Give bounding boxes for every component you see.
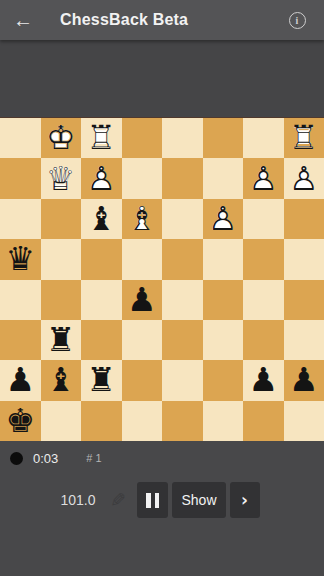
pencil-icon[interactable]: ✎	[110, 489, 126, 512]
show-button-label: Show	[181, 492, 216, 508]
square-e1[interactable]	[162, 401, 203, 441]
white-queen-piece: ♛♕	[41, 158, 82, 198]
square-e5[interactable]	[162, 239, 203, 279]
back-button[interactable]: ←	[0, 0, 46, 40]
next-button[interactable]: ›	[230, 482, 260, 518]
square-e8[interactable]	[162, 118, 203, 158]
square-e3[interactable]	[162, 320, 203, 360]
square-f5[interactable]	[203, 239, 244, 279]
square-e6[interactable]	[162, 199, 203, 239]
square-g3[interactable]	[243, 320, 284, 360]
white-pawn-piece: ♟♙	[81, 158, 122, 198]
square-a8[interactable]	[0, 118, 41, 158]
square-d5[interactable]	[122, 239, 163, 279]
square-c1[interactable]	[81, 401, 122, 441]
square-h7[interactable]: ♟♙	[284, 158, 324, 198]
square-f4[interactable]	[203, 280, 244, 320]
move-indicator-dot	[10, 452, 23, 465]
move-number: # 1	[86, 452, 101, 464]
black-pawn-piece: ♟	[122, 280, 163, 320]
pause-icon	[146, 493, 159, 508]
square-g1[interactable]	[243, 401, 284, 441]
square-b5[interactable]	[41, 239, 82, 279]
black-pawn-piece: ♟	[243, 360, 284, 400]
status-row: 0:03 # 1	[0, 441, 324, 468]
square-c6[interactable]: ♝	[81, 199, 122, 239]
square-a7[interactable]	[0, 158, 41, 198]
square-g7[interactable]: ♟♙	[243, 158, 284, 198]
black-pawn-piece: ♟	[0, 360, 41, 400]
square-a6[interactable]	[0, 199, 41, 239]
square-h3[interactable]	[284, 320, 324, 360]
square-h4[interactable]	[284, 280, 324, 320]
square-e7[interactable]	[162, 158, 203, 198]
square-c2[interactable]: ♜	[81, 360, 122, 400]
square-f2[interactable]	[203, 360, 244, 400]
square-f8[interactable]	[203, 118, 244, 158]
square-d3[interactable]	[122, 320, 163, 360]
white-king-piece: ♚♔	[41, 118, 82, 158]
square-g8[interactable]	[243, 118, 284, 158]
square-f3[interactable]	[203, 320, 244, 360]
square-b2[interactable]: ♝	[41, 360, 82, 400]
chess-board[interactable]: ♚♔♜♖♜♖♛♕♟♙♟♙♟♙♝♝♗♟♙♛♟♜♟♝♜♟♟♚	[0, 117, 324, 441]
page-title: ChessBack Beta	[60, 11, 188, 29]
black-bishop-piece: ♝	[41, 360, 82, 400]
square-h5[interactable]	[284, 239, 324, 279]
square-c7[interactable]: ♟♙	[81, 158, 122, 198]
square-d1[interactable]	[122, 401, 163, 441]
app-bar: ← ChessBack Beta i	[0, 0, 324, 40]
board-top-spacer	[0, 40, 324, 117]
white-pawn-piece: ♟♙	[203, 199, 244, 239]
black-rook-piece: ♜	[41, 320, 82, 360]
arrow-left-icon: ←	[13, 10, 33, 30]
square-h1[interactable]	[284, 401, 324, 441]
square-d6[interactable]: ♝♗	[122, 199, 163, 239]
square-a4[interactable]	[0, 280, 41, 320]
square-c8[interactable]: ♜♖	[81, 118, 122, 158]
square-a1[interactable]: ♚	[0, 401, 41, 441]
white-pawn-piece: ♟♙	[284, 158, 324, 198]
pause-button[interactable]	[137, 482, 168, 518]
square-g2[interactable]: ♟	[243, 360, 284, 400]
square-d4[interactable]: ♟	[122, 280, 163, 320]
chevron-right-icon: ›	[241, 492, 248, 509]
square-d7[interactable]	[122, 158, 163, 198]
square-e4[interactable]	[162, 280, 203, 320]
action-row: 101.0 ✎ Show ›	[0, 482, 324, 518]
square-g4[interactable]	[243, 280, 284, 320]
square-c4[interactable]	[81, 280, 122, 320]
square-a3[interactable]	[0, 320, 41, 360]
square-f1[interactable]	[203, 401, 244, 441]
square-f7[interactable]	[203, 158, 244, 198]
square-b8[interactable]: ♚♔	[41, 118, 82, 158]
white-rook-piece: ♜♖	[81, 118, 122, 158]
square-c5[interactable]	[81, 239, 122, 279]
black-bishop-piece: ♝	[81, 199, 122, 239]
square-d2[interactable]	[122, 360, 163, 400]
square-a5[interactable]: ♛	[0, 239, 41, 279]
square-c3[interactable]	[81, 320, 122, 360]
square-h2[interactable]: ♟	[284, 360, 324, 400]
square-h6[interactable]	[284, 199, 324, 239]
square-f6[interactable]: ♟♙	[203, 199, 244, 239]
square-b3[interactable]: ♜	[41, 320, 82, 360]
square-h8[interactable]: ♜♖	[284, 118, 324, 158]
square-a2[interactable]: ♟	[0, 360, 41, 400]
square-g5[interactable]	[243, 239, 284, 279]
square-d8[interactable]	[122, 118, 163, 158]
square-b4[interactable]	[41, 280, 82, 320]
info-button[interactable]: i	[282, 5, 312, 35]
black-pawn-piece: ♟	[284, 360, 324, 400]
square-e2[interactable]	[162, 360, 203, 400]
square-b7[interactable]: ♛♕	[41, 158, 82, 198]
black-rook-piece: ♜	[81, 360, 122, 400]
square-g6[interactable]	[243, 199, 284, 239]
white-rook-piece: ♜♖	[284, 118, 324, 158]
black-king-piece: ♚	[0, 401, 41, 441]
square-b1[interactable]	[41, 401, 82, 441]
bottom-panel: 0:03 # 1 101.0 ✎ Show ›	[0, 441, 324, 576]
show-button[interactable]: Show	[172, 482, 225, 518]
score-value: 101.0	[61, 492, 96, 508]
white-pawn-piece: ♟♙	[243, 158, 284, 198]
square-b6[interactable]	[41, 199, 82, 239]
timer-text: 0:03	[33, 451, 58, 466]
white-bishop-piece: ♝♗	[122, 199, 163, 239]
black-queen-piece: ♛	[0, 239, 41, 279]
info-icon: i	[289, 12, 306, 29]
